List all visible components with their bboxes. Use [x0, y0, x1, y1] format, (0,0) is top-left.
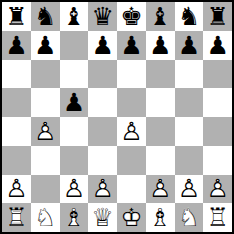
- piece-black-pawn[interactable]: ♟: [60, 88, 89, 117]
- chess-board: ♜♞♝♛♚♝♞♜♟♟♟♟♟♟♟♟♟♙♟♙♟♙♟♙♟♙♟♙♟♙♟♙♜♖♞♘♝♗♛♕…: [0, 0, 234, 234]
- square-d2[interactable]: ♟♙: [88, 175, 117, 204]
- square-c8[interactable]: ♝: [60, 2, 89, 31]
- square-d6[interactable]: [88, 60, 117, 89]
- square-a6[interactable]: [2, 60, 31, 89]
- piece-white-knight[interactable]: ♞♘: [175, 203, 204, 232]
- piece-white-rook[interactable]: ♜♖: [203, 203, 232, 232]
- square-b6[interactable]: [31, 60, 60, 89]
- white-king-outline: ♔: [117, 203, 146, 232]
- square-d3[interactable]: [88, 146, 117, 175]
- piece-black-pawn[interactable]: ♟: [146, 31, 175, 60]
- piece-white-pawn[interactable]: ♟♙: [203, 175, 232, 204]
- white-bishop-outline: ♗: [60, 203, 89, 232]
- square-e4[interactable]: ♟♙: [117, 117, 146, 146]
- square-f2[interactable]: ♟♙: [146, 175, 175, 204]
- square-c5[interactable]: ♟: [60, 88, 89, 117]
- square-f3[interactable]: [146, 146, 175, 175]
- square-e3[interactable]: [117, 146, 146, 175]
- square-f4[interactable]: [146, 117, 175, 146]
- square-g3[interactable]: [175, 146, 204, 175]
- square-e2[interactable]: [117, 175, 146, 204]
- square-g7[interactable]: ♟: [175, 31, 204, 60]
- piece-white-pawn[interactable]: ♟♙: [175, 175, 204, 204]
- piece-black-bishop[interactable]: ♝: [146, 2, 175, 31]
- square-b4[interactable]: ♟♙: [31, 117, 60, 146]
- piece-white-queen[interactable]: ♛♕: [88, 203, 117, 232]
- white-queen-outline: ♕: [88, 203, 117, 232]
- square-d4[interactable]: [88, 117, 117, 146]
- white-pawn-outline: ♙: [2, 175, 31, 204]
- square-e7[interactable]: ♟: [117, 31, 146, 60]
- piece-black-queen[interactable]: ♛: [88, 2, 117, 31]
- piece-black-knight[interactable]: ♞: [175, 2, 204, 31]
- square-a2[interactable]: ♟♙: [2, 175, 31, 204]
- white-knight-outline: ♘: [175, 203, 204, 232]
- piece-white-pawn[interactable]: ♟♙: [146, 175, 175, 204]
- square-d5[interactable]: [88, 88, 117, 117]
- square-h8[interactable]: ♜: [203, 2, 232, 31]
- square-c2[interactable]: ♟♙: [60, 175, 89, 204]
- square-h5[interactable]: [203, 88, 232, 117]
- square-b2[interactable]: [31, 175, 60, 204]
- piece-black-pawn[interactable]: ♟: [203, 31, 232, 60]
- piece-black-bishop[interactable]: ♝: [60, 2, 89, 31]
- square-f6[interactable]: [146, 60, 175, 89]
- square-f1[interactable]: ♝♗: [146, 203, 175, 232]
- square-g8[interactable]: ♞: [175, 2, 204, 31]
- square-e6[interactable]: [117, 60, 146, 89]
- square-f7[interactable]: ♟: [146, 31, 175, 60]
- square-g5[interactable]: [175, 88, 204, 117]
- white-rook-outline: ♖: [203, 203, 232, 232]
- square-c6[interactable]: [60, 60, 89, 89]
- white-knight-outline: ♘: [31, 203, 60, 232]
- white-pawn-outline: ♙: [175, 175, 204, 204]
- piece-white-bishop[interactable]: ♝♗: [146, 203, 175, 232]
- square-g4[interactable]: [175, 117, 204, 146]
- square-d1[interactable]: ♛♕: [88, 203, 117, 232]
- piece-black-pawn[interactable]: ♟: [2, 31, 31, 60]
- white-bishop-outline: ♗: [146, 203, 175, 232]
- square-b5[interactable]: [31, 88, 60, 117]
- piece-black-rook[interactable]: ♜: [203, 2, 232, 31]
- square-h7[interactable]: ♟: [203, 31, 232, 60]
- square-h2[interactable]: ♟♙: [203, 175, 232, 204]
- piece-black-pawn[interactable]: ♟: [31, 31, 60, 60]
- piece-black-pawn[interactable]: ♟: [117, 31, 146, 60]
- square-h6[interactable]: [203, 60, 232, 89]
- square-f8[interactable]: ♝: [146, 2, 175, 31]
- piece-white-rook[interactable]: ♜♖: [2, 203, 31, 232]
- piece-white-bishop[interactable]: ♝♗: [60, 203, 89, 232]
- white-rook-outline: ♖: [2, 203, 31, 232]
- piece-white-pawn[interactable]: ♟♙: [117, 117, 146, 146]
- piece-white-pawn[interactable]: ♟♙: [31, 117, 60, 146]
- piece-black-pawn[interactable]: ♟: [88, 31, 117, 60]
- square-h1[interactable]: ♜♖: [203, 203, 232, 232]
- square-h4[interactable]: [203, 117, 232, 146]
- piece-white-pawn[interactable]: ♟♙: [88, 175, 117, 204]
- square-d8[interactable]: ♛: [88, 2, 117, 31]
- square-g1[interactable]: ♞♘: [175, 203, 204, 232]
- piece-black-king[interactable]: ♚: [117, 2, 146, 31]
- white-pawn-outline: ♙: [146, 175, 175, 204]
- square-c1[interactable]: ♝♗: [60, 203, 89, 232]
- square-b8[interactable]: ♞: [31, 2, 60, 31]
- white-pawn-outline: ♙: [203, 175, 232, 204]
- square-c4[interactable]: [60, 117, 89, 146]
- square-c3[interactable]: [60, 146, 89, 175]
- square-g6[interactable]: [175, 60, 204, 89]
- piece-black-pawn[interactable]: ♟: [175, 31, 204, 60]
- piece-black-rook[interactable]: ♜: [2, 2, 31, 31]
- piece-black-knight[interactable]: ♞: [31, 2, 60, 31]
- square-a1[interactable]: ♜♖: [2, 203, 31, 232]
- piece-white-knight[interactable]: ♞♘: [31, 203, 60, 232]
- white-pawn-outline: ♙: [60, 175, 89, 204]
- white-pawn-outline: ♙: [88, 175, 117, 204]
- square-f5[interactable]: [146, 88, 175, 117]
- square-a8[interactable]: ♜: [2, 2, 31, 31]
- square-c7[interactable]: [60, 31, 89, 60]
- white-pawn-outline: ♙: [31, 117, 60, 146]
- square-e8[interactable]: ♚: [117, 2, 146, 31]
- piece-white-pawn[interactable]: ♟♙: [60, 175, 89, 204]
- square-b1[interactable]: ♞♘: [31, 203, 60, 232]
- square-e1[interactable]: ♚♔: [117, 203, 146, 232]
- white-pawn-outline: ♙: [117, 117, 146, 146]
- square-e5[interactable]: [117, 88, 146, 117]
- square-b3[interactable]: [31, 146, 60, 175]
- piece-white-king[interactable]: ♚♔: [117, 203, 146, 232]
- square-a3[interactable]: [2, 146, 31, 175]
- square-h3[interactable]: [203, 146, 232, 175]
- piece-white-pawn[interactable]: ♟♙: [2, 175, 31, 204]
- square-a4[interactable]: [2, 117, 31, 146]
- square-d7[interactable]: ♟: [88, 31, 117, 60]
- square-b7[interactable]: ♟: [31, 31, 60, 60]
- square-a5[interactable]: [2, 88, 31, 117]
- square-a7[interactable]: ♟: [2, 31, 31, 60]
- square-g2[interactable]: ♟♙: [175, 175, 204, 204]
